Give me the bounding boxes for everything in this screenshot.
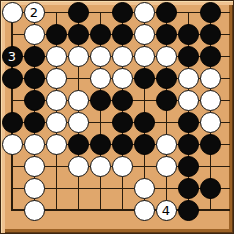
black-stone	[112, 112, 133, 133]
white-stone: 2	[24, 2, 45, 23]
black-stone	[156, 2, 177, 23]
white-stone	[156, 134, 177, 155]
black-stone	[90, 90, 111, 111]
black-stone	[24, 112, 45, 133]
white-stone	[178, 68, 199, 89]
white-stone	[134, 178, 155, 199]
black-stone	[2, 68, 23, 89]
move-number-label: 2	[30, 6, 38, 19]
white-stone	[90, 156, 111, 177]
black-stone	[178, 24, 199, 45]
white-stone	[90, 68, 111, 89]
white-stone	[46, 46, 67, 67]
black-stone	[178, 200, 199, 221]
black-stone	[200, 24, 221, 45]
white-stone	[46, 134, 67, 155]
white-stone	[68, 90, 89, 111]
black-stone	[112, 90, 133, 111]
white-stone	[90, 46, 111, 67]
white-stone	[112, 46, 133, 67]
white-stone	[24, 178, 45, 199]
black-stone	[112, 24, 133, 45]
white-stone	[2, 2, 23, 23]
white-stone	[134, 2, 155, 23]
black-stone	[112, 134, 133, 155]
white-stone	[68, 46, 89, 67]
black-stone: 3	[2, 46, 23, 67]
black-stone	[178, 112, 199, 133]
black-stone	[24, 46, 45, 67]
black-stone	[134, 134, 155, 155]
black-stone	[156, 24, 177, 45]
black-stone	[178, 46, 199, 67]
white-stone	[46, 90, 67, 111]
move-number-label: 4	[162, 204, 170, 217]
white-stone	[156, 156, 177, 177]
white-stone	[68, 156, 89, 177]
white-stone	[200, 68, 221, 89]
black-stone	[2, 112, 23, 133]
black-stone	[200, 46, 221, 67]
white-stone	[134, 46, 155, 67]
white-stone	[46, 68, 67, 89]
black-stone	[68, 134, 89, 155]
white-stone	[24, 24, 45, 45]
black-stone	[134, 68, 155, 89]
white-stone	[46, 112, 67, 133]
black-stone	[178, 156, 199, 177]
black-stone	[112, 2, 133, 23]
black-stone	[24, 90, 45, 111]
black-stone	[68, 24, 89, 45]
black-stone	[24, 68, 45, 89]
white-stone	[24, 156, 45, 177]
black-stone	[156, 68, 177, 89]
black-stone	[156, 90, 177, 111]
white-stone	[112, 68, 133, 89]
white-stone	[112, 156, 133, 177]
goban-board[interactable]: 234	[0, 0, 234, 234]
black-stone	[90, 134, 111, 155]
black-stone	[90, 24, 111, 45]
black-stone	[178, 134, 199, 155]
black-stone	[200, 178, 221, 199]
black-stone	[68, 2, 89, 23]
white-stone	[24, 200, 45, 221]
black-stone	[178, 178, 199, 199]
white-stone	[134, 24, 155, 45]
white-stone	[200, 112, 221, 133]
white-stone	[156, 46, 177, 67]
black-stone	[200, 2, 221, 23]
move-number-label: 3	[8, 50, 16, 63]
white-stone	[68, 112, 89, 133]
white-stone	[178, 90, 199, 111]
white-stone: 4	[156, 200, 177, 221]
black-stone	[200, 134, 221, 155]
stones-layer: 234	[1, 1, 233, 233]
black-stone	[134, 112, 155, 133]
white-stone	[2, 134, 23, 155]
white-stone	[24, 134, 45, 155]
black-stone	[46, 24, 67, 45]
white-stone	[200, 90, 221, 111]
white-stone	[134, 200, 155, 221]
